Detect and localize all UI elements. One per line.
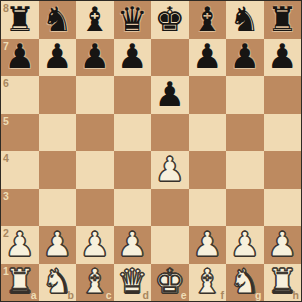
square-e2[interactable] [151,226,189,264]
square-b4[interactable] [39,151,77,189]
square-d1[interactable]: d♛ [114,264,152,302]
square-g5[interactable] [226,114,264,152]
square-d6[interactable] [114,76,152,114]
square-g3[interactable] [226,189,264,227]
square-b5[interactable] [39,114,77,152]
piece-black-queen[interactable]: ♛ [117,2,147,36]
square-f4[interactable] [189,151,227,189]
piece-black-pawn[interactable]: ♟ [230,39,260,73]
square-g8[interactable]: ♞ [226,1,264,39]
square-d2[interactable]: ♟ [114,226,152,264]
square-d7[interactable]: ♟ [114,39,152,77]
square-a6[interactable]: 6 [1,76,39,114]
piece-white-pawn[interactable]: ♟ [80,227,110,261]
square-a8[interactable]: 8♜ [1,1,39,39]
piece-white-pawn[interactable]: ♟ [42,227,72,261]
square-f8[interactable]: ♝ [189,1,227,39]
square-h1[interactable]: h♜ [264,264,302,302]
square-h8[interactable]: ♜ [264,1,302,39]
piece-white-knight[interactable]: ♞ [230,264,260,298]
piece-white-knight[interactable]: ♞ [42,264,72,298]
piece-black-knight[interactable]: ♞ [42,2,72,36]
square-c2[interactable]: ♟ [76,226,114,264]
chess-board-container: 8♜♞♝♛♚♝♞♜7♟♟♟♟♟♟♟6♟54♟32♟♟♟♟♟♟♟1a♜b♞c♝d♛… [0,0,302,302]
square-a3[interactable]: 3 [1,189,39,227]
piece-white-pawn[interactable]: ♟ [117,227,147,261]
piece-white-bishop[interactable]: ♝ [80,264,110,298]
square-e5[interactable] [151,114,189,152]
piece-black-pawn[interactable]: ♟ [42,39,72,73]
square-h7[interactable]: ♟ [264,39,302,77]
rank-label-5: 5 [3,116,9,127]
square-c6[interactable] [76,76,114,114]
square-h6[interactable] [264,76,302,114]
square-f2[interactable]: ♟ [189,226,227,264]
square-b6[interactable] [39,76,77,114]
chess-board: 8♜♞♝♛♚♝♞♜7♟♟♟♟♟♟♟6♟54♟32♟♟♟♟♟♟♟1a♜b♞c♝d♛… [0,0,302,302]
rank-label-3: 3 [3,191,9,202]
piece-black-knight[interactable]: ♞ [230,2,260,36]
piece-black-bishop[interactable]: ♝ [80,2,110,36]
piece-black-pawn[interactable]: ♟ [192,39,222,73]
square-a4[interactable]: 4 [1,151,39,189]
piece-white-pawn[interactable]: ♟ [155,152,185,186]
square-b2[interactable]: ♟ [39,226,77,264]
square-c8[interactable]: ♝ [76,1,114,39]
rank-label-6: 6 [3,78,9,89]
square-b1[interactable]: b♞ [39,264,77,302]
square-d4[interactable] [114,151,152,189]
square-g2[interactable]: ♟ [226,226,264,264]
square-c1[interactable]: c♝ [76,264,114,302]
piece-white-rook[interactable]: ♜ [5,264,35,298]
square-h3[interactable] [264,189,302,227]
piece-white-bishop[interactable]: ♝ [192,264,222,298]
piece-black-rook[interactable]: ♜ [5,2,35,36]
square-a1[interactable]: 1a♜ [1,264,39,302]
square-c3[interactable] [76,189,114,227]
square-e8[interactable]: ♚ [151,1,189,39]
square-g4[interactable] [226,151,264,189]
piece-white-king[interactable]: ♚ [155,264,185,298]
square-f3[interactable] [189,189,227,227]
square-f7[interactable]: ♟ [189,39,227,77]
piece-white-pawn[interactable]: ♟ [267,227,297,261]
square-g6[interactable] [226,76,264,114]
square-e6[interactable]: ♟ [151,76,189,114]
square-c4[interactable] [76,151,114,189]
square-d3[interactable] [114,189,152,227]
piece-black-rook[interactable]: ♜ [267,2,297,36]
square-b3[interactable] [39,189,77,227]
square-h4[interactable] [264,151,302,189]
square-e3[interactable] [151,189,189,227]
square-h2[interactable]: ♟ [264,226,302,264]
square-g7[interactable]: ♟ [226,39,264,77]
square-a2[interactable]: 2♟ [1,226,39,264]
piece-white-pawn[interactable]: ♟ [192,227,222,261]
square-e1[interactable]: e♚ [151,264,189,302]
square-e7[interactable] [151,39,189,77]
square-f5[interactable] [189,114,227,152]
piece-black-pawn[interactable]: ♟ [80,39,110,73]
square-f1[interactable]: f♝ [189,264,227,302]
piece-black-bishop[interactable]: ♝ [192,2,222,36]
square-a7[interactable]: 7♟ [1,39,39,77]
square-c7[interactable]: ♟ [76,39,114,77]
piece-black-pawn[interactable]: ♟ [117,39,147,73]
piece-black-pawn[interactable]: ♟ [5,39,35,73]
square-b8[interactable]: ♞ [39,1,77,39]
square-d5[interactable] [114,114,152,152]
square-c5[interactable] [76,114,114,152]
piece-white-pawn[interactable]: ♟ [5,227,35,261]
square-h5[interactable] [264,114,302,152]
square-f6[interactable] [189,76,227,114]
square-e4[interactable]: ♟ [151,151,189,189]
piece-white-rook[interactable]: ♜ [267,264,297,298]
piece-black-pawn[interactable]: ♟ [267,39,297,73]
piece-white-pawn[interactable]: ♟ [230,227,260,261]
square-b7[interactable]: ♟ [39,39,77,77]
rank-label-4: 4 [3,153,9,164]
piece-black-pawn[interactable]: ♟ [155,77,185,111]
square-d8[interactable]: ♛ [114,1,152,39]
piece-black-king[interactable]: ♚ [155,2,185,36]
square-a5[interactable]: 5 [1,114,39,152]
piece-white-queen[interactable]: ♛ [117,264,147,298]
square-g1[interactable]: g♞ [226,264,264,302]
